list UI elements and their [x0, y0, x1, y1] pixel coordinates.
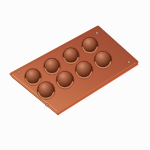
cavity-dome: [26, 69, 40, 83]
mold-cavity: [82, 37, 99, 54]
mold-cavity: [44, 58, 61, 75]
mold-svg: [0, 0, 150, 150]
cavity-dome: [57, 71, 72, 86]
mold-cavity: [56, 71, 74, 89]
mold-cavity: [37, 82, 55, 100]
product-photo: [0, 0, 150, 150]
mold-cavity: [94, 51, 112, 69]
corner-hole: [18, 71, 20, 73]
corner-hole: [128, 61, 130, 63]
cavity-dome: [83, 38, 97, 52]
mold-cavity: [63, 48, 80, 65]
cavity-dome: [76, 61, 91, 76]
cavity-dome: [45, 59, 59, 73]
corner-hole: [46, 104, 48, 106]
cavity-dome: [64, 48, 78, 62]
mold-cavity: [25, 69, 42, 86]
corner-hole: [96, 32, 98, 34]
mold-cavity: [75, 61, 93, 79]
cavity-dome: [38, 82, 53, 97]
cavity-dome: [95, 51, 110, 66]
